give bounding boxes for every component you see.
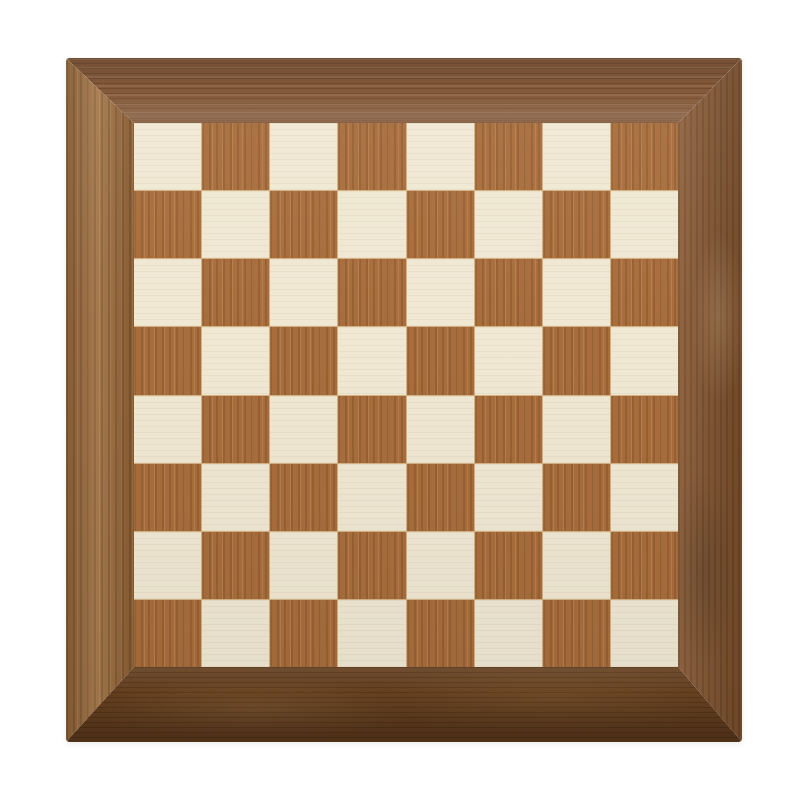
square-b4[interactable] [202, 396, 269, 463]
square-a6[interactable] [134, 259, 201, 326]
square-d8[interactable] [338, 123, 405, 190]
square-e7[interactable] [407, 191, 474, 258]
square-c8[interactable] [270, 123, 337, 190]
square-b5[interactable] [202, 327, 269, 394]
square-g6[interactable] [543, 259, 610, 326]
square-d2[interactable] [338, 532, 405, 599]
square-h5[interactable] [611, 327, 678, 394]
square-d6[interactable] [338, 259, 405, 326]
square-a4[interactable] [134, 396, 201, 463]
square-e3[interactable] [407, 464, 474, 531]
photo-background [0, 0, 800, 800]
square-h4[interactable] [611, 396, 678, 463]
square-h6[interactable] [611, 259, 678, 326]
square-h7[interactable] [611, 191, 678, 258]
square-g4[interactable] [543, 396, 610, 463]
square-c2[interactable] [270, 532, 337, 599]
square-c7[interactable] [270, 191, 337, 258]
board-frame-right-rail [678, 58, 742, 742]
square-b1[interactable] [202, 600, 269, 667]
square-a5[interactable] [134, 327, 201, 394]
square-c1[interactable] [270, 600, 337, 667]
square-e1[interactable] [407, 600, 474, 667]
square-a3[interactable] [134, 464, 201, 531]
square-c6[interactable] [270, 259, 337, 326]
square-e5[interactable] [407, 327, 474, 394]
square-h1[interactable] [611, 600, 678, 667]
square-b6[interactable] [202, 259, 269, 326]
square-a1[interactable] [134, 600, 201, 667]
square-f6[interactable] [475, 259, 542, 326]
square-g5[interactable] [543, 327, 610, 394]
square-b8[interactable] [202, 123, 269, 190]
chessboard [66, 58, 742, 742]
square-e4[interactable] [407, 396, 474, 463]
square-d1[interactable] [338, 600, 405, 667]
square-c3[interactable] [270, 464, 337, 531]
square-e8[interactable] [407, 123, 474, 190]
square-g2[interactable] [543, 532, 610, 599]
square-g3[interactable] [543, 464, 610, 531]
square-e2[interactable] [407, 532, 474, 599]
square-c4[interactable] [270, 396, 337, 463]
square-h3[interactable] [611, 464, 678, 531]
square-d4[interactable] [338, 396, 405, 463]
square-d5[interactable] [338, 327, 405, 394]
square-e6[interactable] [407, 259, 474, 326]
square-a7[interactable] [134, 191, 201, 258]
square-f4[interactable] [475, 396, 542, 463]
square-a2[interactable] [134, 532, 201, 599]
square-b2[interactable] [202, 532, 269, 599]
square-g8[interactable] [543, 123, 610, 190]
board-squares-grid [134, 123, 678, 667]
square-b7[interactable] [202, 191, 269, 258]
board-frame-bottom-rail [66, 667, 742, 742]
square-f7[interactable] [475, 191, 542, 258]
square-f1[interactable] [475, 600, 542, 667]
board-frame-top-rail [66, 58, 742, 123]
square-d7[interactable] [338, 191, 405, 258]
square-h2[interactable] [611, 532, 678, 599]
square-h8[interactable] [611, 123, 678, 190]
square-b3[interactable] [202, 464, 269, 531]
board-frame-left-rail [66, 58, 134, 742]
square-g1[interactable] [543, 600, 610, 667]
square-f8[interactable] [475, 123, 542, 190]
square-d3[interactable] [338, 464, 405, 531]
square-f2[interactable] [475, 532, 542, 599]
square-c5[interactable] [270, 327, 337, 394]
square-f3[interactable] [475, 464, 542, 531]
square-f5[interactable] [475, 327, 542, 394]
square-g7[interactable] [543, 191, 610, 258]
square-a8[interactable] [134, 123, 201, 190]
